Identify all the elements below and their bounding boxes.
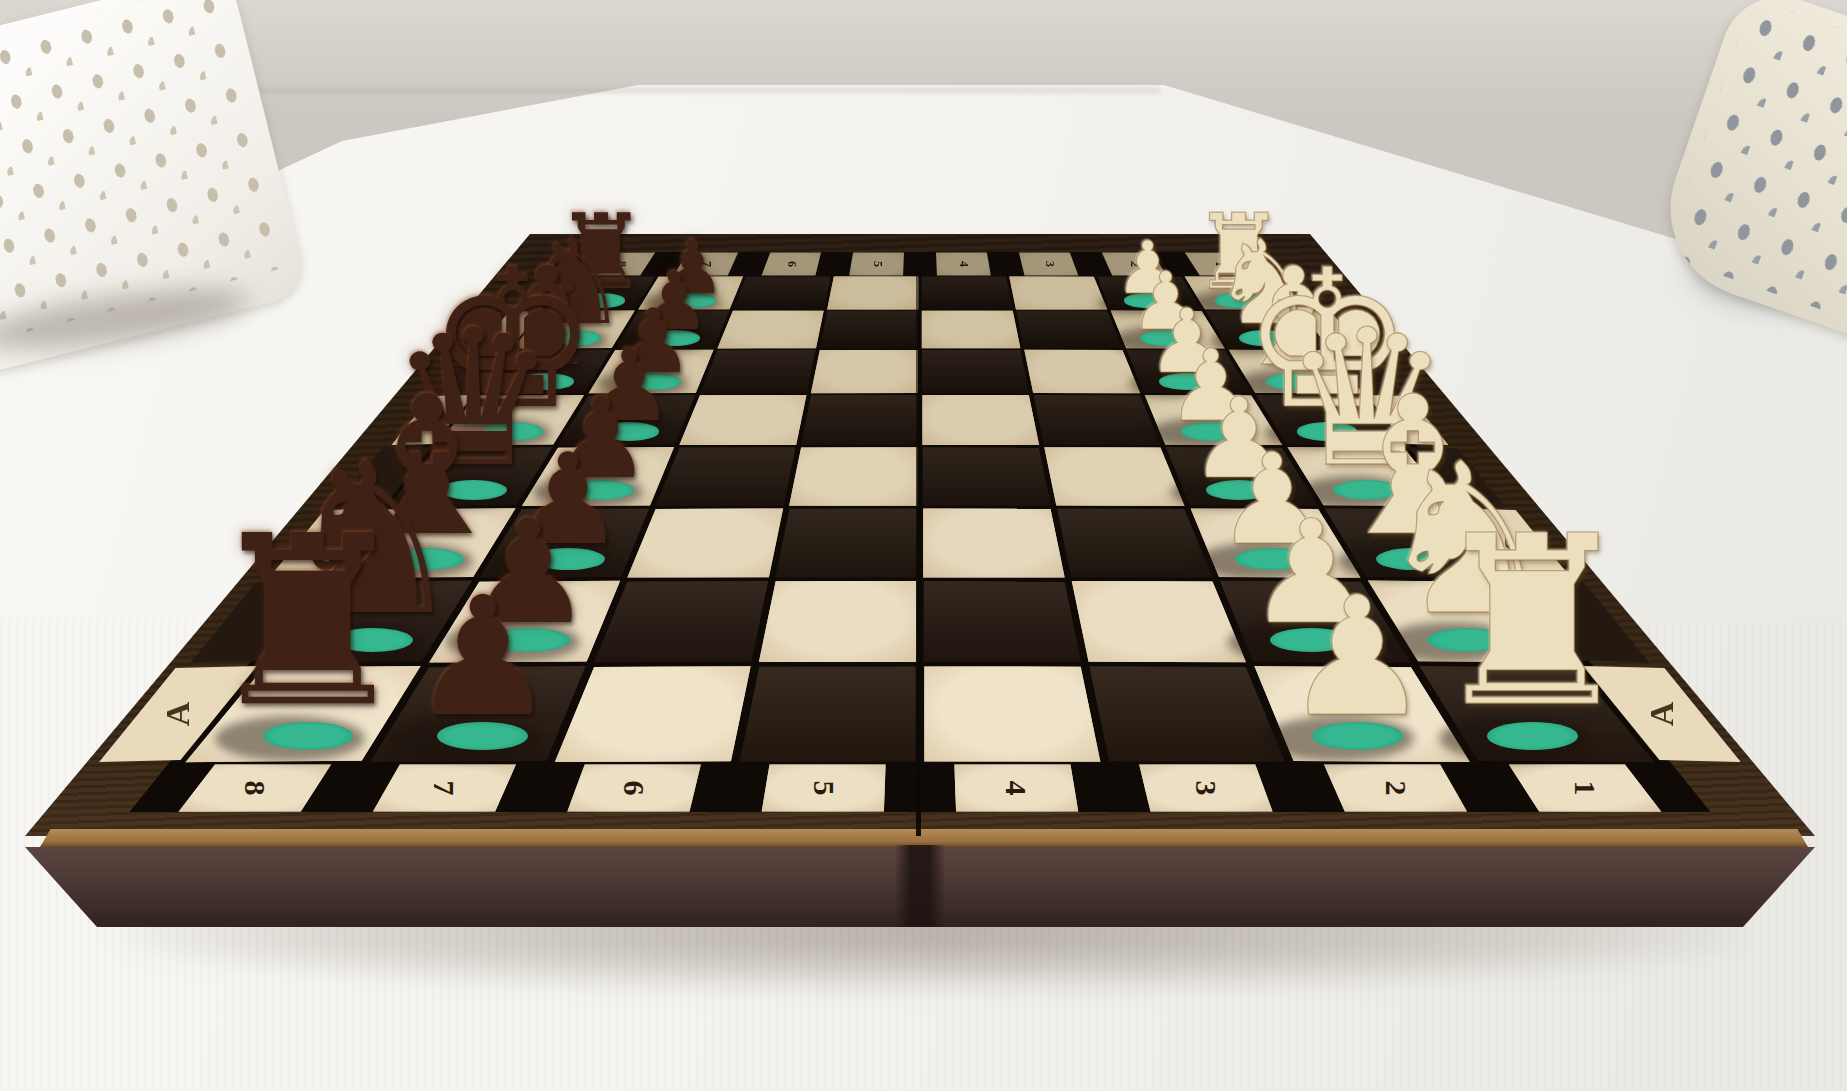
- square-h5: [826, 276, 920, 310]
- piece-glyph: ♟: [409, 575, 557, 740]
- rank-label-far-5: 5: [869, 261, 884, 267]
- square-c4: [920, 507, 1068, 579]
- rank-label-far-6: 6: [784, 261, 799, 267]
- square-a4: [920, 664, 1105, 764]
- board-fold-seam-side: [896, 845, 944, 927]
- square-d5: [786, 446, 920, 507]
- square-d4: [920, 446, 1054, 507]
- file-label-left-a: A: [159, 702, 197, 727]
- rank-label-cell-4: 4: [935, 252, 992, 276]
- rank-label-cell-6: 6: [566, 764, 702, 812]
- square-h4: [920, 276, 1014, 310]
- square-f3: [1022, 349, 1142, 394]
- rank-label-cell-3: 3: [1018, 252, 1080, 276]
- rank-label-far-3: 3: [1041, 261, 1056, 267]
- file-label-right-a: A: [1643, 702, 1681, 727]
- rank-label-near-8: 8: [238, 781, 272, 796]
- rank-label-far-4: 4: [956, 261, 971, 267]
- piece-glyph: ♟: [1283, 575, 1431, 740]
- piece-glyph: ♜: [203, 505, 413, 740]
- rank-label-near-5: 5: [807, 781, 841, 796]
- square-f4: [920, 349, 1031, 394]
- rank-label-cell-5: 5: [848, 252, 905, 276]
- piece-glyph: ♜: [1427, 505, 1637, 740]
- square-h6: [731, 276, 832, 310]
- chess-board: AACCEEGG 87654321 87654321 ♜♞♝♛♚♝♞♜♟♟♟♟♟…: [0, 0, 1847, 1091]
- square-g5: [818, 310, 920, 349]
- square-b4: [920, 579, 1085, 664]
- rank-label-near-4: 4: [999, 781, 1033, 796]
- square-e5: [798, 394, 920, 446]
- rank-label-near-6: 6: [617, 781, 651, 796]
- square-h3: [1008, 276, 1109, 310]
- square-c5: [772, 507, 920, 579]
- rank-label-near-1: 1: [1568, 781, 1602, 796]
- rank-label-cell-4: 4: [953, 764, 1079, 812]
- square-g6: [716, 310, 826, 349]
- rank-label-near-7: 7: [427, 781, 461, 796]
- rank-label-cell-3: 3: [1138, 764, 1274, 812]
- square-a5: [735, 664, 920, 764]
- square-f5: [809, 349, 920, 394]
- rank-label-cell-5: 5: [761, 764, 887, 812]
- rank-label-cell-6: 6: [760, 252, 822, 276]
- square-e4: [920, 394, 1042, 446]
- square-g4: [920, 310, 1022, 349]
- rank-label-near-2: 2: [1379, 781, 1413, 796]
- board-fold-seam: [916, 252, 921, 836]
- rank-label-near-3: 3: [1189, 781, 1223, 796]
- square-g3: [1014, 310, 1124, 349]
- square-b5: [755, 579, 920, 664]
- square-f6: [698, 349, 818, 394]
